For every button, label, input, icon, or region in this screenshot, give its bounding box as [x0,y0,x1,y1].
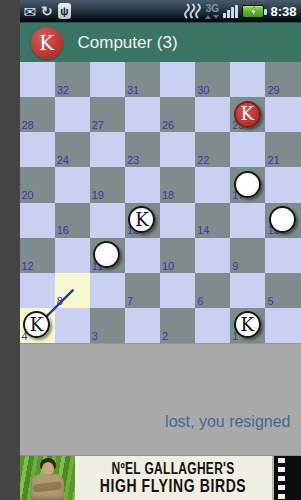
square-6[interactable]: 6 [195,273,230,308]
sync-icon: ↻ [41,3,53,19]
status-bar-left-icons: ✉ ↻ ψ [24,3,71,19]
square-number: 5 [267,295,273,308]
vibrate-waves-icon [184,3,201,19]
ad-text-block: NºEL GALLAGHER'S HIGH FLYING BIRDS [75,456,272,500]
square-light [230,203,265,238]
square-29[interactable]: 29 [265,62,300,97]
square-24[interactable]: 24 [55,132,90,167]
lower-panel: lost, you resigned [20,343,301,455]
square-5[interactable]: 5 [265,273,300,308]
piece-white-king-4[interactable]: K [23,311,50,338]
opponent-title: Computer (3) [78,33,178,53]
square-31[interactable]: 31 [125,62,160,97]
square-13[interactable]: 13 [265,203,300,238]
square-number: 8 [57,295,63,308]
usb-icon: ψ [58,3,71,19]
square-1[interactable]: 1K [230,308,265,343]
data-activity-arrows [205,15,219,19]
square-light [55,167,90,202]
square-light [230,62,265,97]
square-number: 19 [92,189,104,202]
square-light [125,97,160,132]
mail-icon: ✉ [24,4,37,19]
square-25[interactable]: 25K [230,97,265,132]
lightning-bolt-icon [249,6,258,17]
ad-line-2: HIGH FLYING BIRDS [100,476,247,496]
square-18[interactable]: 18 [160,167,195,202]
square-number: 23 [127,154,139,167]
square-light [55,238,90,273]
game-result-message: lost, you resigned [165,413,290,431]
checkers-board[interactable]: 3231302928272625K24232221201918171615K14… [20,62,301,343]
square-light [160,273,195,308]
square-light [20,273,55,308]
piece-white-man-17[interactable] [234,171,261,198]
square-4[interactable]: 4K [20,308,55,343]
square-number: 22 [197,154,209,167]
square-number: 27 [92,119,104,132]
square-number: 6 [197,295,203,308]
piece-white-king-1[interactable]: K [234,311,261,338]
square-light [265,97,300,132]
square-light [265,238,300,273]
square-number: 14 [197,224,209,237]
square-light [160,203,195,238]
battery-charging-icon [242,5,264,18]
square-light [90,62,125,97]
square-12[interactable]: 12 [20,238,55,273]
square-15[interactable]: 15K [125,203,160,238]
square-light [160,132,195,167]
square-light [55,97,90,132]
3g-data-icon: 3G [205,4,219,19]
piece-white-man-13[interactable] [269,206,296,233]
square-number: 9 [232,260,238,273]
square-number: 7 [127,295,133,308]
square-number: 28 [22,119,34,132]
square-19[interactable]: 19 [90,167,125,202]
square-23[interactable]: 23 [125,132,160,167]
app-screen: ✉ ↻ ψ 3G 8:38 K Computer (3 [20,0,301,500]
signal-bars-icon [223,4,238,18]
square-light [265,167,300,202]
square-21[interactable]: 21 [265,132,300,167]
square-light [230,132,265,167]
film-strip-icon [272,456,301,500]
board-grid: 3231302928272625K24232221201918171615K14… [20,62,301,343]
square-number: 16 [57,224,69,237]
square-light [90,132,125,167]
square-number: 21 [267,154,279,167]
square-number: 20 [22,189,34,202]
square-number: 24 [57,154,69,167]
square-27[interactable]: 27 [90,97,125,132]
square-number: 18 [162,189,174,202]
square-light [230,273,265,308]
square-light [125,167,160,202]
square-10[interactable]: 10 [160,238,195,273]
square-14[interactable]: 14 [195,203,230,238]
square-number: 31 [127,84,139,97]
square-light [90,203,125,238]
square-number: 3 [92,330,98,343]
square-number: 12 [22,260,34,273]
square-11[interactable]: 11 [90,238,125,273]
square-light [20,132,55,167]
square-light [125,238,160,273]
square-light [195,167,230,202]
android-status-bar[interactable]: ✉ ↻ ψ 3G 8:38 [20,0,301,22]
status-bar-right-icons: 3G 8:38 [184,3,296,19]
piece-red-king-25[interactable]: K [234,101,261,128]
app-header: K Computer (3) [20,22,301,62]
square-light [160,62,195,97]
square-20[interactable]: 20 [20,167,55,202]
square-17[interactable]: 17 [230,167,265,202]
square-light [265,308,300,343]
ad-photo-image [20,456,75,500]
square-light [195,97,230,132]
square-26[interactable]: 26 [160,97,195,132]
square-32[interactable]: 32 [55,62,90,97]
square-3[interactable]: 3 [90,308,125,343]
square-number: 10 [162,260,174,273]
piece-white-man-11[interactable] [93,241,120,268]
square-30[interactable]: 30 [195,62,230,97]
square-number: 29 [267,84,279,97]
square-number: 32 [57,84,69,97]
piece-white-king-15[interactable]: K [128,206,155,233]
square-22[interactable]: 22 [195,132,230,167]
clock-time: 8:38 [270,4,296,19]
square-light [20,62,55,97]
square-number: 26 [162,119,174,132]
network-type-label: 3G [206,4,219,14]
square-8[interactable]: 8 [55,273,90,308]
square-number: 2 [162,330,168,343]
square-2[interactable]: 2 [160,308,195,343]
square-light [55,308,90,343]
square-light [195,308,230,343]
square-16[interactable]: 16 [55,203,90,238]
square-light [125,308,160,343]
opponent-avatar: K [31,27,63,59]
square-7[interactable]: 7 [125,273,160,308]
square-number: 30 [197,84,209,97]
ad-banner[interactable]: NºEL GALLAGHER'S HIGH FLYING BIRDS [20,455,301,500]
square-9[interactable]: 9 [230,238,265,273]
square-light [195,238,230,273]
square-28[interactable]: 28 [20,97,55,132]
square-light [90,273,125,308]
square-light [20,203,55,238]
